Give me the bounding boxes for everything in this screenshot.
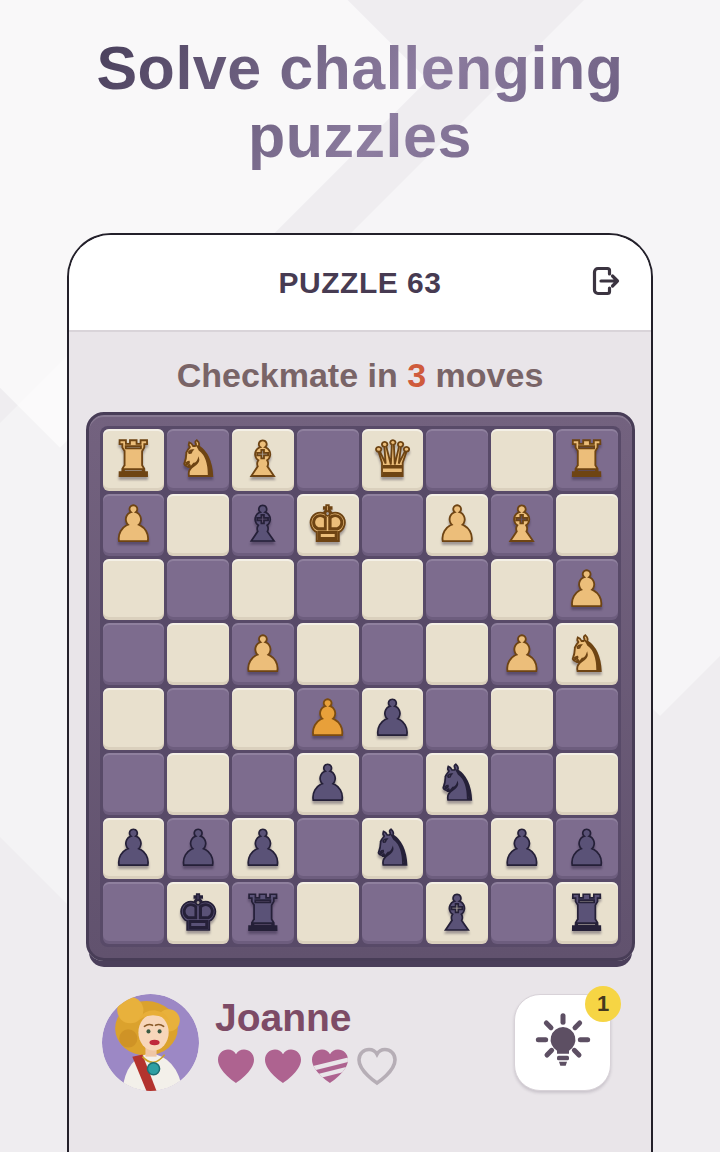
square-d2[interactable] (362, 494, 424, 556)
player-name: Joanne (215, 996, 398, 1040)
square-a3[interactable]: ♟ (556, 559, 618, 621)
square-a2[interactable] (556, 494, 618, 556)
square-g5[interactable] (167, 688, 229, 750)
square-d7[interactable]: ♞ (362, 818, 424, 880)
square-b5[interactable] (491, 688, 553, 750)
square-e8[interactable] (297, 882, 359, 944)
hint-count-badge: 1 (585, 986, 621, 1022)
player-info: Joanne (215, 996, 398, 1090)
square-f8[interactable]: ♜ (232, 882, 294, 944)
square-h6[interactable] (103, 753, 165, 815)
square-c1[interactable] (426, 429, 488, 491)
square-f5[interactable] (232, 688, 294, 750)
square-h1[interactable]: ♜ (103, 429, 165, 491)
white-bishop: ♝ (241, 435, 285, 484)
black-pawn: ♟ (370, 694, 414, 743)
black-bishop: ♝ (435, 889, 479, 938)
white-rook: ♜ (111, 435, 155, 484)
square-a1[interactable]: ♜ (556, 429, 618, 491)
page-title: Solve challengingpuzzles (0, 34, 720, 170)
white-queen: ♛ (370, 435, 414, 484)
white-bishop: ♝ (500, 500, 544, 549)
square-g4[interactable] (167, 623, 229, 685)
black-pawn: ♟ (500, 824, 544, 873)
square-e4[interactable] (297, 623, 359, 685)
square-h3[interactable] (103, 559, 165, 621)
black-king: ♚ (176, 889, 220, 938)
square-e2[interactable]: ♚ (297, 494, 359, 556)
white-knight: ♞ (565, 630, 609, 679)
lightbulb-icon (531, 1009, 595, 1076)
square-a7[interactable]: ♟ (556, 818, 618, 880)
square-d4[interactable] (362, 623, 424, 685)
square-b6[interactable] (491, 753, 553, 815)
square-g7[interactable]: ♟ (167, 818, 229, 880)
square-a5[interactable] (556, 688, 618, 750)
square-e1[interactable] (297, 429, 359, 491)
square-c8[interactable]: ♝ (426, 882, 488, 944)
square-b1[interactable] (491, 429, 553, 491)
player-row: Joanne 1 (69, 994, 651, 1091)
white-pawn: ♟ (565, 565, 609, 614)
square-e3[interactable] (297, 559, 359, 621)
exit-button[interactable] (583, 261, 627, 305)
hint-button[interactable]: 1 (514, 994, 611, 1091)
black-pawn: ♟ (176, 824, 220, 873)
heart-striped (309, 1047, 351, 1090)
black-pawn: ♟ (565, 824, 609, 873)
white-pawn: ♟ (111, 500, 155, 549)
square-a8[interactable]: ♜ (556, 882, 618, 944)
square-c7[interactable] (426, 818, 488, 880)
exit-icon (585, 261, 625, 304)
white-king: ♚ (306, 500, 350, 549)
heart-full (262, 1047, 304, 1090)
square-a4[interactable]: ♞ (556, 623, 618, 685)
square-h4[interactable] (103, 623, 165, 685)
chess-board-frame: ♜♞♝♛♜♟♝♚♟♝♟♟♟♞♟♟♟♞♟♟♟♞♟♟♚♜♝♜ (86, 412, 635, 961)
square-g2[interactable] (167, 494, 229, 556)
square-c3[interactable] (426, 559, 488, 621)
square-d5[interactable]: ♟ (362, 688, 424, 750)
black-pawn: ♟ (111, 824, 155, 873)
square-c6[interactable]: ♞ (426, 753, 488, 815)
square-d3[interactable] (362, 559, 424, 621)
white-pawn: ♟ (306, 694, 350, 743)
square-g8[interactable]: ♚ (167, 882, 229, 944)
square-d6[interactable] (362, 753, 424, 815)
square-h2[interactable]: ♟ (103, 494, 165, 556)
square-h7[interactable]: ♟ (103, 818, 165, 880)
square-b4[interactable]: ♟ (491, 623, 553, 685)
square-c4[interactable] (426, 623, 488, 685)
black-bishop: ♝ (241, 500, 285, 549)
square-h5[interactable] (103, 688, 165, 750)
square-g3[interactable] (167, 559, 229, 621)
white-knight: ♞ (176, 435, 220, 484)
square-b7[interactable]: ♟ (491, 818, 553, 880)
white-pawn: ♟ (435, 500, 479, 549)
white-pawn: ♟ (500, 630, 544, 679)
heart-full (215, 1047, 257, 1090)
square-f7[interactable]: ♟ (232, 818, 294, 880)
square-c5[interactable] (426, 688, 488, 750)
square-g1[interactable]: ♞ (167, 429, 229, 491)
white-pawn: ♟ (241, 630, 285, 679)
square-e7[interactable] (297, 818, 359, 880)
square-f1[interactable]: ♝ (232, 429, 294, 491)
lives-hearts (215, 1047, 398, 1090)
square-f6[interactable] (232, 753, 294, 815)
black-pawn: ♟ (306, 759, 350, 808)
square-b3[interactable] (491, 559, 553, 621)
square-e5[interactable]: ♟ (297, 688, 359, 750)
chess-board: ♜♞♝♛♜♟♝♚♟♝♟♟♟♞♟♟♟♞♟♟♟♞♟♟♚♜♝♜ (100, 426, 621, 947)
square-b8[interactable] (491, 882, 553, 944)
square-d1[interactable]: ♛ (362, 429, 424, 491)
square-c2[interactable]: ♟ (426, 494, 488, 556)
square-f2[interactable]: ♝ (232, 494, 294, 556)
moves-count: 3 (407, 356, 426, 394)
puzzle-number-title: PUZZLE 63 (279, 266, 442, 300)
puzzle-objective: Checkmate in 3 moves (69, 356, 651, 395)
square-b2[interactable]: ♝ (491, 494, 553, 556)
player-avatar (102, 994, 199, 1091)
black-pawn: ♟ (241, 824, 285, 873)
black-knight: ♞ (370, 824, 414, 873)
card-header: PUZZLE 63 (69, 235, 651, 332)
square-f3[interactable] (232, 559, 294, 621)
square-a6[interactable] (556, 753, 618, 815)
black-rook: ♜ (565, 889, 609, 938)
black-rook: ♜ (241, 889, 285, 938)
square-f4[interactable]: ♟ (232, 623, 294, 685)
square-h8[interactable] (103, 882, 165, 944)
heart-empty (356, 1047, 398, 1090)
square-d8[interactable] (362, 882, 424, 944)
black-knight: ♞ (435, 759, 479, 808)
square-g6[interactable] (167, 753, 229, 815)
puzzle-card: PUZZLE 63 Checkmate in 3 moves ♜♞♝♛♜♟♝♚♟… (67, 233, 653, 1152)
white-rook: ♜ (565, 435, 609, 484)
square-e6[interactable]: ♟ (297, 753, 359, 815)
